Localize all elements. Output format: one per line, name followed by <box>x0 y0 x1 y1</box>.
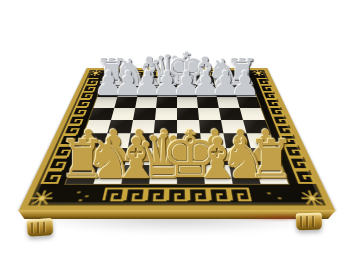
brass-foot-right <box>296 213 323 231</box>
gold-speck <box>85 195 90 197</box>
chess-set-photo: ♜♞♝♛♚♝♞♜♟♟♟♟♟♟♟♟♟♟♟♟♟♟♟♟♜♞♝♛♚♝♞♜ <box>0 0 350 263</box>
square-b5[interactable] <box>111 108 135 120</box>
square-c5[interactable] <box>133 108 156 120</box>
piece-black-pawn-h7[interactable]: ♟ <box>230 67 260 101</box>
gold-speck <box>277 197 282 199</box>
gold-speck <box>267 192 271 194</box>
sunburst-icon <box>26 189 58 207</box>
square-h5[interactable] <box>240 108 265 120</box>
brass-foot-left <box>26 218 53 237</box>
gold-speck <box>78 199 83 201</box>
sunburst-icon <box>297 189 329 207</box>
piece-white-rook-h1[interactable]: ♜ <box>247 133 295 187</box>
gold-speck <box>77 191 82 193</box>
